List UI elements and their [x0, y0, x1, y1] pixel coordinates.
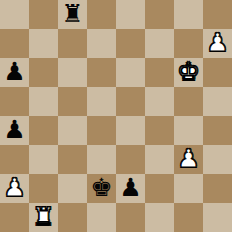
square-b3[interactable] — [29, 145, 58, 174]
square-f4[interactable] — [145, 116, 174, 145]
square-h1[interactable] — [203, 203, 232, 232]
white-king[interactable]: ♚ — [177, 58, 199, 86]
square-h7[interactable]: ♟ — [203, 29, 232, 58]
square-g2[interactable] — [174, 174, 203, 203]
square-a8[interactable] — [0, 0, 29, 29]
square-c8[interactable]: ♜ — [58, 0, 87, 29]
square-a5[interactable] — [0, 87, 29, 116]
square-g3[interactable]: ♟ — [174, 145, 203, 174]
square-f7[interactable] — [145, 29, 174, 58]
square-g1[interactable] — [174, 203, 203, 232]
square-b1[interactable]: ♜ — [29, 203, 58, 232]
square-e5[interactable] — [116, 87, 145, 116]
square-e2[interactable]: ♟ — [116, 174, 145, 203]
square-c4[interactable] — [58, 116, 87, 145]
square-h8[interactable] — [203, 0, 232, 29]
square-a7[interactable] — [0, 29, 29, 58]
square-f2[interactable] — [145, 174, 174, 203]
square-e1[interactable] — [116, 203, 145, 232]
square-b6[interactable] — [29, 58, 58, 87]
square-e6[interactable] — [116, 58, 145, 87]
square-d5[interactable] — [87, 87, 116, 116]
square-a6[interactable]: ♟ — [0, 58, 29, 87]
square-b8[interactable] — [29, 0, 58, 29]
square-d8[interactable] — [87, 0, 116, 29]
square-f5[interactable] — [145, 87, 174, 116]
square-c6[interactable] — [58, 58, 87, 87]
black-rook[interactable]: ♜ — [61, 0, 83, 28]
square-d3[interactable] — [87, 145, 116, 174]
black-pawn[interactable]: ♟ — [3, 116, 25, 144]
square-h6[interactable] — [203, 58, 232, 87]
square-c1[interactable] — [58, 203, 87, 232]
white-rook[interactable]: ♜ — [32, 203, 54, 231]
square-g5[interactable] — [174, 87, 203, 116]
square-d7[interactable] — [87, 29, 116, 58]
square-b5[interactable] — [29, 87, 58, 116]
square-h4[interactable] — [203, 116, 232, 145]
white-pawn[interactable]: ♟ — [206, 29, 228, 57]
square-g6[interactable]: ♚ — [174, 58, 203, 87]
square-c3[interactable] — [58, 145, 87, 174]
square-e7[interactable] — [116, 29, 145, 58]
chess-board: ♜♟♟♚♟♟♟♚♟♜ — [0, 0, 232, 232]
square-a1[interactable] — [0, 203, 29, 232]
square-g4[interactable] — [174, 116, 203, 145]
square-a2[interactable]: ♟ — [0, 174, 29, 203]
square-f1[interactable] — [145, 203, 174, 232]
square-c5[interactable] — [58, 87, 87, 116]
square-h3[interactable] — [203, 145, 232, 174]
square-e4[interactable] — [116, 116, 145, 145]
square-a3[interactable] — [0, 145, 29, 174]
white-pawn[interactable]: ♟ — [177, 145, 199, 173]
square-h2[interactable] — [203, 174, 232, 203]
square-g7[interactable] — [174, 29, 203, 58]
black-pawn[interactable]: ♟ — [119, 174, 141, 202]
square-b4[interactable] — [29, 116, 58, 145]
square-d4[interactable] — [87, 116, 116, 145]
square-d2[interactable]: ♚ — [87, 174, 116, 203]
square-e3[interactable] — [116, 145, 145, 174]
square-e8[interactable] — [116, 0, 145, 29]
square-f6[interactable] — [145, 58, 174, 87]
square-c7[interactable] — [58, 29, 87, 58]
square-f3[interactable] — [145, 145, 174, 174]
square-b7[interactable] — [29, 29, 58, 58]
white-pawn[interactable]: ♟ — [3, 174, 25, 202]
square-b2[interactable] — [29, 174, 58, 203]
square-f8[interactable] — [145, 0, 174, 29]
square-g8[interactable] — [174, 0, 203, 29]
black-king[interactable]: ♚ — [90, 174, 112, 202]
square-c2[interactable] — [58, 174, 87, 203]
square-a4[interactable]: ♟ — [0, 116, 29, 145]
square-d6[interactable] — [87, 58, 116, 87]
square-h5[interactable] — [203, 87, 232, 116]
black-pawn[interactable]: ♟ — [3, 58, 25, 86]
square-d1[interactable] — [87, 203, 116, 232]
